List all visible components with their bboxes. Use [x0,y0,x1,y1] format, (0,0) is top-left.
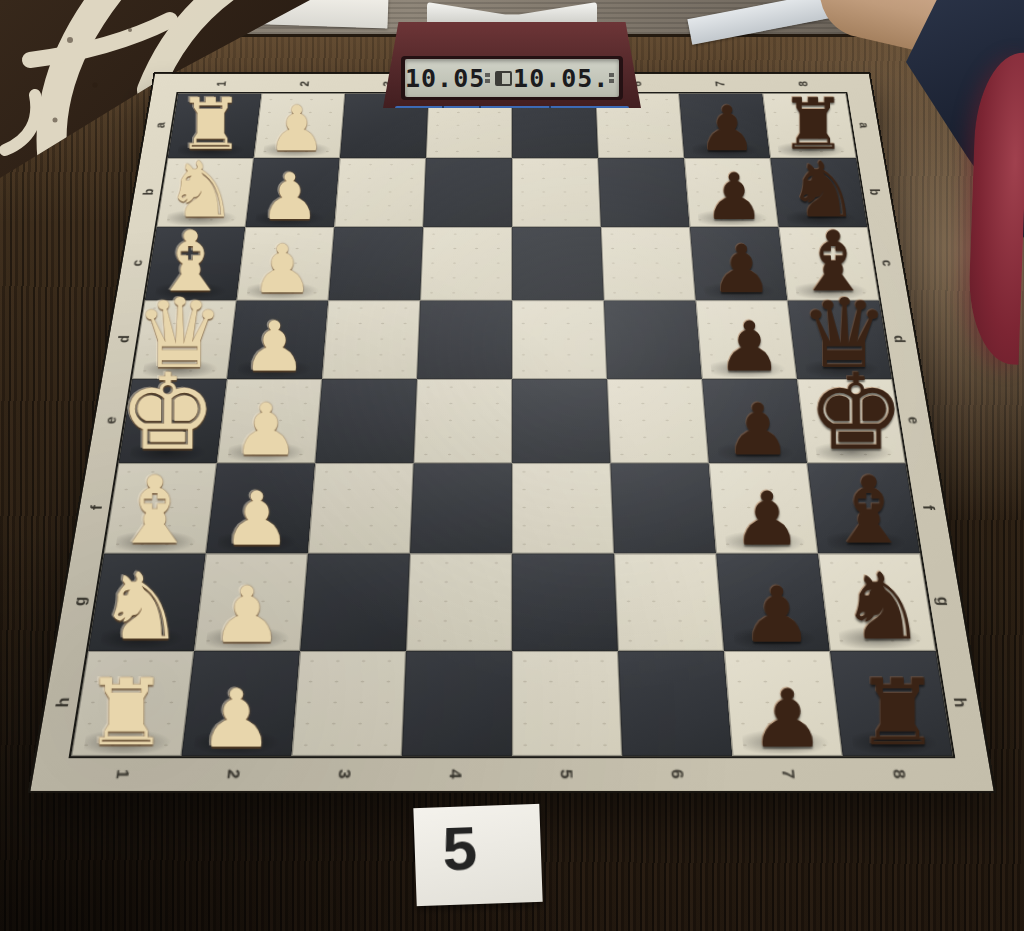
square-h5 [512,651,622,756]
square-f7: ♟ [709,463,818,553]
square-a2: ♟ [254,93,345,158]
square-g5 [512,554,618,651]
square-e8: ♚ [797,379,906,463]
black-pawn-b7: ♟ [690,166,779,227]
bottom-rank-label-8: 8 [843,756,959,791]
move-indicator-icon [495,71,513,86]
square-e1: ♚ [118,379,227,463]
square-d7: ♟ [696,300,797,379]
square-b3 [334,158,426,227]
square-g8: ♞ [818,554,936,651]
bottom-rank-label-5: 5 [512,756,624,791]
square-f1: ♝ [104,463,217,553]
board-border-corner [953,756,994,791]
black-pawn-g7: ♟ [724,578,830,651]
square-c4 [420,227,512,300]
black-bishop-f8: ♝ [818,466,920,554]
square-b7: ♟ [684,158,778,227]
chess-board: 12345678a♜♟♟♜ab♞♟♟♞bc♝♟♟♝cd♛♟♟♛de♚♟♟♚ef♝… [30,74,993,791]
black-pawn-d7: ♟ [702,314,797,380]
square-b5 [512,158,601,227]
square-c6 [601,227,696,300]
square-b4 [423,158,512,227]
square-h6 [618,651,732,756]
white-pawn-f2: ♟ [206,483,308,554]
bottom-rank-label-7: 7 [732,756,846,791]
square-e2: ♟ [217,379,322,463]
white-king-e1: ♚ [118,363,217,463]
square-g4 [406,554,512,651]
square-g3 [300,554,410,651]
lcd-status-icons [485,73,491,83]
square-a7: ♟ [679,93,770,158]
black-rook-h8: ♜ [842,669,953,756]
board-perspective-wrapper: 12345678a♜♟♟♜ab♞♟♟♞bc♝♟♟♝cd♛♟♟♛de♚♟♟♚ef♝… [102,0,922,773]
square-c2: ♟ [237,227,335,300]
square-e6 [607,379,709,463]
square-e7: ♟ [702,379,807,463]
top-rank-label-7: 7 [677,74,762,94]
white-rook-h1: ♜ [71,669,182,756]
square-f3 [308,463,414,553]
white-pawn-c2: ♟ [236,237,328,300]
square-d6 [604,300,702,379]
black-knight-g8: ♞ [830,564,936,652]
square-f8: ♝ [807,463,920,553]
white-pawn-d2: ♟ [227,314,322,380]
square-e3 [315,379,417,463]
square-h1: ♜ [71,651,194,756]
black-pawn-c7: ♟ [696,237,788,300]
square-d3 [322,300,420,379]
square-g7: ♟ [716,554,830,651]
square-c7: ♟ [690,227,788,300]
square-g6 [614,554,724,651]
bottom-rank-label-4: 4 [400,756,512,791]
clock-lcd: 10.05 10.05. [401,56,623,100]
white-pawn-e2: ♟ [217,395,316,463]
square-c3 [328,227,423,300]
square-e5 [512,379,610,463]
top-rank-label-2: 2 [262,74,347,94]
black-king-e8: ♚ [807,363,906,463]
square-f2: ♟ [206,463,315,553]
square-d2: ♟ [227,300,328,379]
bottom-rank-label-1: 1 [66,756,182,791]
bottom-rank-label-6: 6 [622,756,735,791]
square-b6 [598,158,690,227]
white-pawn-h2: ♟ [181,680,292,757]
square-b2: ♟ [245,158,339,227]
black-time-display: 10.05. [513,64,609,93]
clock-body: 10.05 10.05. ♟ [383,22,641,108]
square-d5 [512,300,607,379]
square-d4 [417,300,512,379]
lcd-status-icons [609,73,615,83]
white-bishop-f1: ♝ [104,466,206,554]
board-border-corner [30,756,71,791]
chess-clock: 10.05 10.05. ♟ [383,0,641,110]
white-pawn-b2: ♟ [245,166,334,227]
white-time-display: 10.05 [405,64,485,93]
square-f6 [610,463,716,553]
square-c5 [512,227,604,300]
black-pawn-f7: ♟ [716,483,818,554]
tournament-scene: 12345678a♜♟♟♜ab♞♟♟♞bc♝♟♟♝cd♛♟♟♛de♚♟♟♚ef♝… [0,0,1024,931]
square-f4 [410,463,512,553]
bottom-rank-label-3: 3 [289,756,402,791]
table-number-card: 5 [413,804,542,906]
square-g1: ♞ [88,554,206,651]
black-pawn-e7: ♟ [709,395,808,463]
black-pawn-h7: ♟ [732,680,843,757]
square-h8: ♜ [830,651,953,756]
white-pawn-a2: ♟ [254,99,340,158]
white-knight-g1: ♞ [88,564,194,652]
square-f5 [512,463,614,553]
square-h4 [402,651,512,756]
square-h7: ♟ [724,651,843,756]
square-h2: ♟ [181,651,300,756]
bottom-rank-label-2: 2 [177,756,291,791]
black-pawn-a7: ♟ [684,99,770,158]
square-e4 [414,379,512,463]
white-pawn-g2: ♟ [194,578,300,651]
table-number: 5 [441,812,478,884]
square-h3 [292,651,406,756]
square-g2: ♟ [194,554,308,651]
